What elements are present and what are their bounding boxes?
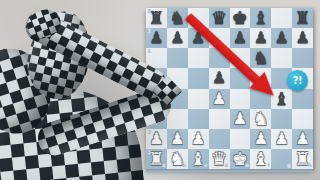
inaccuracy-badge-label: ?!	[293, 75, 302, 86]
inaccuracy-badge: ?!	[287, 70, 308, 91]
thumbnail-scene: 8♜♞♛♚♝♜7♟♟♟♟♟♟♟6♞5♟4♟♝3♟♞2♟♟♟♟♟♟1a♜b♞c♝d…	[0, 0, 320, 180]
